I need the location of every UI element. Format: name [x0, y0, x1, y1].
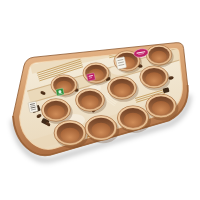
square-badge	[87, 73, 96, 81]
barcode-tag	[28, 101, 38, 112]
muffin-pan-photo	[0, 0, 200, 200]
product-photo-canvas	[0, 0, 200, 200]
eco-badge	[56, 88, 64, 96]
info-tag	[115, 57, 126, 70]
